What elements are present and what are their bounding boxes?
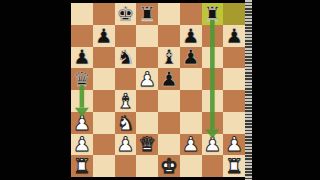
square-a3[interactable]: ♟ bbox=[71, 112, 93, 134]
square-g2[interactable]: ♟ bbox=[202, 134, 224, 156]
white-rook[interactable]: ♜ bbox=[225, 156, 243, 176]
white-bishop[interactable]: ♝ bbox=[116, 90, 134, 110]
square-g8[interactable]: ♜ bbox=[202, 3, 224, 25]
square-a4[interactable] bbox=[71, 90, 93, 112]
black-bishop[interactable]: ♝ bbox=[160, 47, 178, 67]
black-pawn[interactable]: ♟ bbox=[182, 47, 200, 67]
black-pawn[interactable]: ♟ bbox=[182, 25, 200, 45]
square-c5[interactable] bbox=[115, 68, 137, 90]
square-h3[interactable] bbox=[223, 112, 245, 134]
square-f1[interactable] bbox=[180, 155, 202, 177]
square-f3[interactable] bbox=[180, 112, 202, 134]
white-queen[interactable]: ♛ bbox=[138, 134, 156, 154]
square-h7[interactable]: ♟ bbox=[223, 25, 245, 47]
square-d6[interactable] bbox=[136, 47, 158, 69]
square-a5[interactable]: ♛ bbox=[71, 68, 93, 90]
white-pawn[interactable]: ♟ bbox=[225, 134, 243, 154]
square-a8[interactable] bbox=[71, 3, 93, 25]
square-e6[interactable]: ♝ bbox=[158, 47, 180, 69]
video-edge-artifact bbox=[245, 0, 252, 180]
square-e8[interactable] bbox=[158, 3, 180, 25]
square-g7[interactable] bbox=[202, 25, 224, 47]
square-b6[interactable] bbox=[93, 47, 115, 69]
square-c4[interactable]: ♝ bbox=[115, 90, 137, 112]
black-queen[interactable]: ♛ bbox=[73, 69, 91, 89]
square-e5[interactable]: ♟ bbox=[158, 68, 180, 90]
square-a6[interactable]: ♟ bbox=[71, 47, 93, 69]
square-f8[interactable] bbox=[180, 3, 202, 25]
square-h6[interactable] bbox=[223, 47, 245, 69]
square-e7[interactable] bbox=[158, 25, 180, 47]
square-d1[interactable] bbox=[136, 155, 158, 177]
black-pawn[interactable]: ♟ bbox=[95, 25, 113, 45]
square-h8[interactable] bbox=[223, 3, 245, 25]
square-f2[interactable]: ♟ bbox=[180, 134, 202, 156]
white-knight[interactable]: ♞ bbox=[116, 112, 134, 132]
square-f7[interactable]: ♟ bbox=[180, 25, 202, 47]
square-b2[interactable] bbox=[93, 134, 115, 156]
square-a2[interactable]: ♟ bbox=[71, 134, 93, 156]
square-a7[interactable] bbox=[71, 25, 93, 47]
square-e3[interactable] bbox=[158, 112, 180, 134]
white-king[interactable]: ♚ bbox=[160, 156, 178, 176]
square-e4[interactable] bbox=[158, 90, 180, 112]
square-b5[interactable] bbox=[93, 68, 115, 90]
white-rook[interactable]: ♜ bbox=[73, 156, 91, 176]
square-g5[interactable] bbox=[202, 68, 224, 90]
square-e2[interactable] bbox=[158, 134, 180, 156]
white-pawn[interactable]: ♟ bbox=[73, 134, 91, 154]
square-d8[interactable]: ♜ bbox=[136, 3, 158, 25]
square-d4[interactable] bbox=[136, 90, 158, 112]
black-rook[interactable]: ♜ bbox=[203, 3, 221, 23]
chess-board[interactable]: ♚♜♜♟♟♟♟♞♝♟♛♟♟♝♟♞♟♟♛♟♟♟♜♚♜ bbox=[71, 3, 245, 177]
square-g4[interactable] bbox=[202, 90, 224, 112]
square-c7[interactable] bbox=[115, 25, 137, 47]
square-b3[interactable] bbox=[93, 112, 115, 134]
black-pawn[interactable]: ♟ bbox=[73, 47, 91, 67]
black-king[interactable]: ♚ bbox=[116, 3, 134, 23]
square-b8[interactable] bbox=[93, 3, 115, 25]
square-g3[interactable] bbox=[202, 112, 224, 134]
square-b7[interactable]: ♟ bbox=[93, 25, 115, 47]
black-pawn[interactable]: ♟ bbox=[160, 69, 178, 89]
square-d7[interactable] bbox=[136, 25, 158, 47]
square-g1[interactable] bbox=[202, 155, 224, 177]
square-f6[interactable]: ♟ bbox=[180, 47, 202, 69]
square-f5[interactable] bbox=[180, 68, 202, 90]
square-g6[interactable] bbox=[202, 47, 224, 69]
square-a1[interactable]: ♜ bbox=[71, 155, 93, 177]
square-d3[interactable] bbox=[136, 112, 158, 134]
black-rook[interactable]: ♜ bbox=[138, 3, 156, 23]
square-c8[interactable]: ♚ bbox=[115, 3, 137, 25]
square-b1[interactable] bbox=[93, 155, 115, 177]
square-h2[interactable]: ♟ bbox=[223, 134, 245, 156]
black-knight[interactable]: ♞ bbox=[116, 47, 134, 67]
square-f4[interactable] bbox=[180, 90, 202, 112]
square-c6[interactable]: ♞ bbox=[115, 47, 137, 69]
square-b4[interactable] bbox=[93, 90, 115, 112]
white-pawn[interactable]: ♟ bbox=[203, 134, 221, 154]
square-h1[interactable]: ♜ bbox=[223, 155, 245, 177]
white-pawn[interactable]: ♟ bbox=[182, 134, 200, 154]
white-pawn[interactable]: ♟ bbox=[138, 69, 156, 89]
square-h4[interactable] bbox=[223, 90, 245, 112]
video-frame: ♚♜♜♟♟♟♟♞♝♟♛♟♟♝♟♞♟♟♛♟♟♟♜♚♜ bbox=[0, 0, 320, 180]
square-h5[interactable] bbox=[223, 68, 245, 90]
black-pawn[interactable]: ♟ bbox=[225, 25, 243, 45]
square-d5[interactable]: ♟ bbox=[136, 68, 158, 90]
square-c1[interactable] bbox=[115, 155, 137, 177]
white-pawn[interactable]: ♟ bbox=[73, 112, 91, 132]
square-e1[interactable]: ♚ bbox=[158, 155, 180, 177]
square-d2[interactable]: ♛ bbox=[136, 134, 158, 156]
square-c3[interactable]: ♞ bbox=[115, 112, 137, 134]
square-c2[interactable]: ♟ bbox=[115, 134, 137, 156]
white-pawn[interactable]: ♟ bbox=[116, 134, 134, 154]
